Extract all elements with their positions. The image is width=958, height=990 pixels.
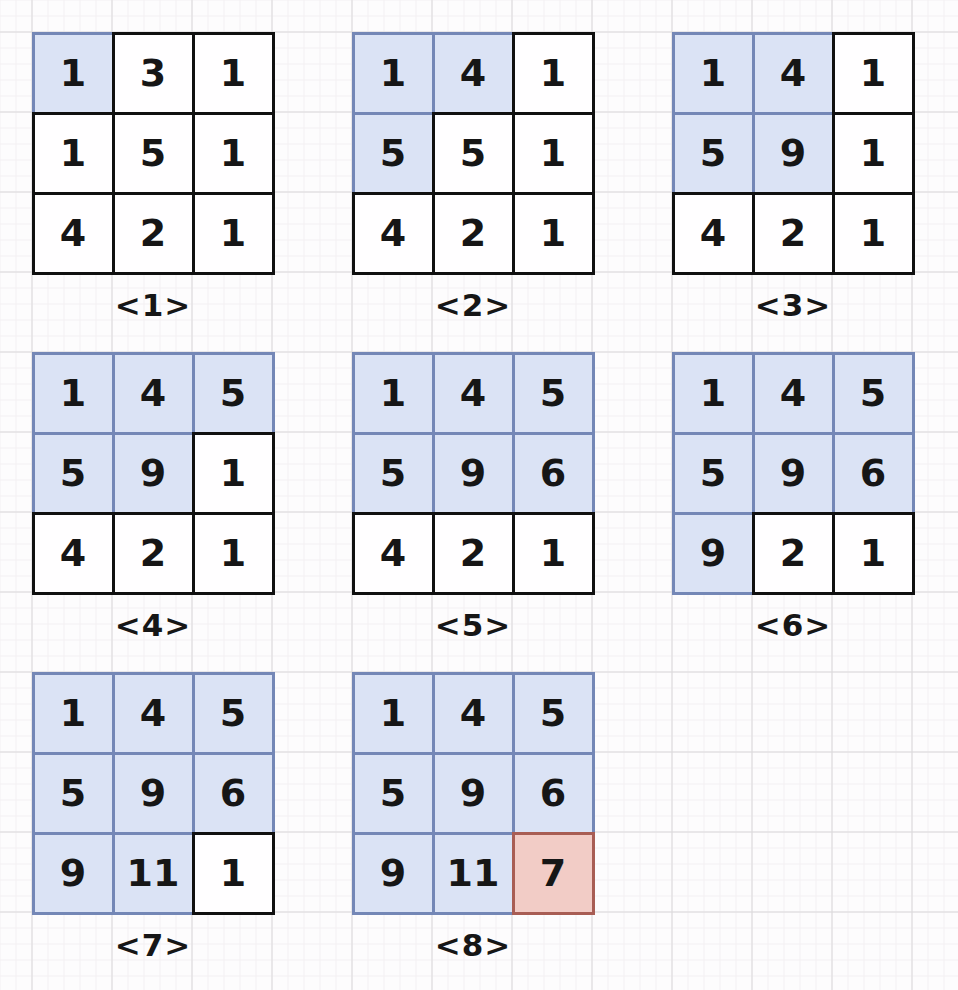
cell-r2c1: 2 <box>432 192 515 275</box>
cell-r0c2: 5 <box>512 352 595 435</box>
cell-r0c0: 1 <box>672 352 755 435</box>
cell-r2c0: 4 <box>32 512 115 595</box>
cell-r2c1: 2 <box>752 512 835 595</box>
cell-r0c1: 4 <box>752 352 835 435</box>
step-label-5: <5> <box>353 607 593 643</box>
cell-r0c2: 1 <box>192 32 275 115</box>
grid-step-4: 1 4 5 5 9 1 4 2 1 <box>33 353 273 593</box>
cell-r1c0: 1 <box>32 112 115 195</box>
cell-r1c2: 1 <box>192 112 275 195</box>
cell-r1c1: 5 <box>112 112 195 195</box>
cell-r2c2: 1 <box>192 832 275 915</box>
cell-r2c1: 2 <box>752 192 835 275</box>
cell-r2c2: 1 <box>192 192 275 275</box>
cell-r2c0: 9 <box>352 832 435 915</box>
cell-r1c0: 5 <box>672 432 755 515</box>
graph-paper-canvas: { "game": "Minimum Path Sum dynamic-prog… <box>0 0 958 990</box>
cell-r1c0: 5 <box>32 432 115 515</box>
board-step-8: 1 4 5 5 9 6 9 11 7 <8> <box>353 673 593 913</box>
board-step-2: 1 4 1 5 5 1 4 2 1 <2> <box>353 33 593 273</box>
board-step-4: 1 4 5 5 9 1 4 2 1 <4> <box>33 353 273 593</box>
grid-step-5: 1 4 5 5 9 6 4 2 1 <box>353 353 593 593</box>
cell-r1c1: 9 <box>112 752 195 835</box>
cell-r0c2: 5 <box>832 352 915 435</box>
cell-r2c1: 2 <box>432 512 515 595</box>
grid-step-1: 1 3 1 1 5 1 4 2 1 <box>33 33 273 273</box>
cell-r1c0: 5 <box>672 112 755 195</box>
cell-r1c2: 6 <box>512 432 595 515</box>
grid-step-8: 1 4 5 5 9 6 9 11 7 <box>353 673 593 913</box>
board-step-7: 1 4 5 5 9 6 9 11 1 <7> <box>33 673 273 913</box>
cell-r0c1: 4 <box>112 672 195 755</box>
cell-r1c2: 6 <box>832 432 915 515</box>
cell-r0c2: 1 <box>832 32 915 115</box>
cell-r0c1: 4 <box>752 32 835 115</box>
cell-r0c2: 5 <box>192 352 275 435</box>
cell-r0c1: 3 <box>112 32 195 115</box>
cell-r2c1: 2 <box>112 192 195 275</box>
cell-r2c2: 1 <box>832 512 915 595</box>
cell-r0c0: 1 <box>352 352 435 435</box>
cell-r1c2: 6 <box>192 752 275 835</box>
cell-r1c2: 1 <box>832 112 915 195</box>
cell-r0c1: 4 <box>432 32 515 115</box>
step-label-1: <1> <box>33 287 273 323</box>
cell-r1c2: 1 <box>192 432 275 515</box>
grid-step-6: 1 4 5 5 9 6 9 2 1 <box>673 353 913 593</box>
cell-r1c1: 9 <box>112 432 195 515</box>
cell-r0c2: 5 <box>192 672 275 755</box>
cell-r2c0: 9 <box>32 832 115 915</box>
cell-r2c0: 4 <box>672 192 755 275</box>
cell-r0c0: 1 <box>32 352 115 435</box>
cell-r1c0: 5 <box>352 752 435 835</box>
cell-r0c2: 1 <box>512 32 595 115</box>
cell-r1c1: 9 <box>432 432 515 515</box>
cell-r0c0: 1 <box>672 32 755 115</box>
cell-r2c1: 11 <box>432 832 515 915</box>
cell-r1c0: 5 <box>32 752 115 835</box>
cell-r0c2: 5 <box>512 672 595 755</box>
step-label-2: <2> <box>353 287 593 323</box>
cell-r1c2: 1 <box>512 112 595 195</box>
grid-step-3: 1 4 1 5 9 1 4 2 1 <box>673 33 913 273</box>
cell-r0c1: 4 <box>112 352 195 435</box>
cell-r0c0: 1 <box>32 672 115 755</box>
cell-r1c2: 6 <box>512 752 595 835</box>
cell-r2c2-result: 7 <box>512 832 595 915</box>
cell-r1c0: 5 <box>352 112 435 195</box>
grid-step-2: 1 4 1 5 5 1 4 2 1 <box>353 33 593 273</box>
cell-r0c1: 4 <box>432 672 515 755</box>
cell-r2c2: 1 <box>512 192 595 275</box>
cell-r1c1: 9 <box>752 112 835 195</box>
board-step-1: 1 3 1 1 5 1 4 2 1 <1> <box>33 33 273 273</box>
cell-r2c0: 4 <box>32 192 115 275</box>
cell-r0c0: 1 <box>352 32 435 115</box>
board-step-6: 1 4 5 5 9 6 9 2 1 <6> <box>673 353 913 593</box>
board-step-5: 1 4 5 5 9 6 4 2 1 <5> <box>353 353 593 593</box>
cell-r2c2: 1 <box>832 192 915 275</box>
cell-r1c1: 9 <box>752 432 835 515</box>
cell-r0c1: 4 <box>432 352 515 435</box>
grid-step-7: 1 4 5 5 9 6 9 11 1 <box>33 673 273 913</box>
cell-r2c2: 1 <box>512 512 595 595</box>
cell-r2c1: 2 <box>112 512 195 595</box>
cell-r1c1: 9 <box>432 752 515 835</box>
cell-r1c1: 5 <box>432 112 515 195</box>
cell-r2c0: 4 <box>352 512 435 595</box>
cell-r2c2: 1 <box>192 512 275 595</box>
step-label-6: <6> <box>673 607 913 643</box>
step-label-4: <4> <box>33 607 273 643</box>
step-label-3: <3> <box>673 287 913 323</box>
step-label-7: <7> <box>33 927 273 963</box>
cell-r0c0: 1 <box>32 32 115 115</box>
cell-r2c0: 9 <box>672 512 755 595</box>
step-label-8: <8> <box>353 927 593 963</box>
cell-r2c1: 11 <box>112 832 195 915</box>
cell-r0c0: 1 <box>352 672 435 755</box>
board-step-3: 1 4 1 5 9 1 4 2 1 <3> <box>673 33 913 273</box>
cell-r2c0: 4 <box>352 192 435 275</box>
cell-r1c0: 5 <box>352 432 435 515</box>
